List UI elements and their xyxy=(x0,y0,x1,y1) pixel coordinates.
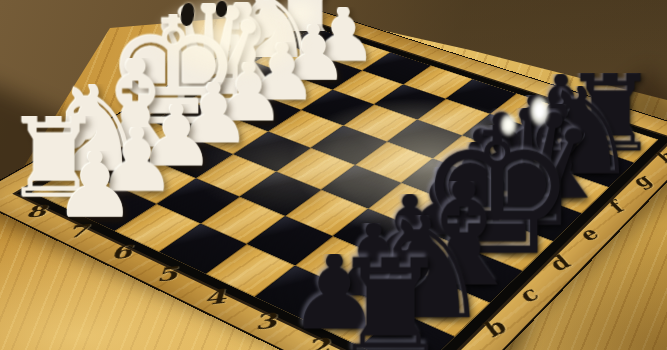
white-pawn-a7[interactable]: ♟ xyxy=(54,151,136,220)
rank-label-7: 7 xyxy=(46,216,108,246)
square-a1[interactable]: ♜ xyxy=(360,312,455,350)
chess-scene: ♜♟♟♜♞♟♟♞♝♟♟♝♛♟♟♛♚♟♟♚♝♟♟♝♞♟♟♞♜♟♟♜ 8765432… xyxy=(0,0,667,350)
black-rook-a1[interactable]: ♜ xyxy=(331,258,451,350)
